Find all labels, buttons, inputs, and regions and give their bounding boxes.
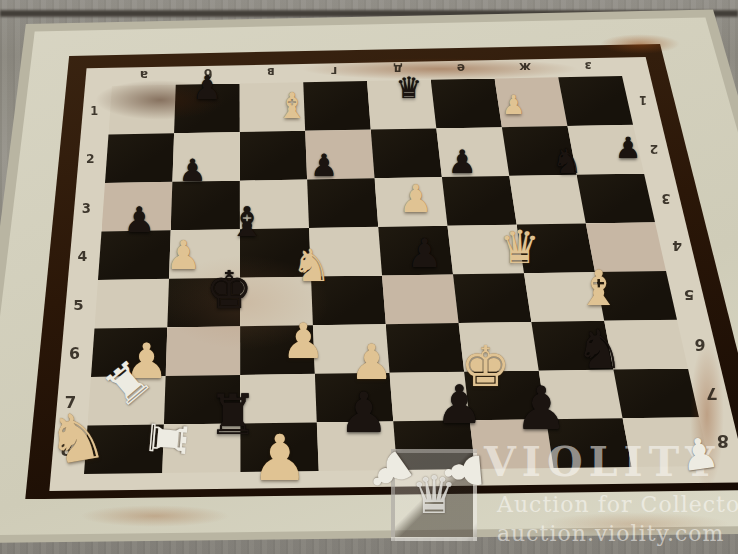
- board-square-д6: [386, 323, 464, 373]
- board-square-е5: [453, 273, 531, 323]
- rank-label-left-6: 6: [69, 344, 80, 363]
- board-square-ж1: [495, 77, 568, 127]
- board-square-г2: [305, 130, 374, 180]
- board-square-ж4: [517, 223, 595, 273]
- board-square-а5: [95, 279, 170, 329]
- board-square-б3: [171, 181, 240, 231]
- board-square-д5: [382, 274, 459, 324]
- board-square-д2: [371, 128, 442, 178]
- board-square-ж6: [531, 321, 613, 371]
- rank-label-left-8: 8: [60, 440, 72, 460]
- board-square-г1: [303, 81, 371, 131]
- board-square-б8: [162, 423, 240, 473]
- board-square-д4: [378, 226, 453, 276]
- board-square-е3: [442, 176, 517, 226]
- rank-label-right-7: 7: [706, 383, 718, 402]
- board-square-е1: [431, 79, 502, 129]
- board-square-а4: [98, 230, 171, 280]
- board-square-г3: [307, 178, 378, 228]
- board-square-б4: [169, 229, 240, 279]
- board-square-е2: [436, 127, 509, 177]
- board-square-ж7: [539, 370, 623, 420]
- board-square-д1: [367, 80, 436, 130]
- rank-label-right-8: 8: [717, 431, 729, 451]
- board-square-ж3: [509, 175, 586, 225]
- board-square-е8: [470, 419, 554, 469]
- file-label-top-е: е: [457, 61, 465, 75]
- board-square-е4: [447, 225, 524, 275]
- rank-label-left-4: 4: [77, 248, 87, 264]
- board-square-в8: [240, 422, 318, 472]
- board-square-в1: [240, 82, 306, 132]
- rank-label-left-3: 3: [82, 200, 91, 215]
- rank-label-right-3: 3: [661, 190, 670, 205]
- board-square-в6: [240, 325, 315, 375]
- board-square-ж2: [502, 126, 577, 176]
- board-square-а8: [84, 424, 164, 474]
- board-square-б7: [164, 375, 240, 425]
- board-square-а6: [91, 327, 167, 377]
- board-square-б6: [166, 326, 241, 376]
- board-square-а1: [109, 85, 176, 135]
- board-square-б2: [172, 132, 239, 182]
- board-square-з6: [604, 320, 688, 370]
- rank-label-right-2: 2: [650, 142, 659, 156]
- board-square-д7: [390, 372, 470, 422]
- board-square-з2: [567, 125, 644, 175]
- board-square-г8: [317, 421, 397, 471]
- file-label-top-ж: ж: [519, 60, 531, 74]
- board-square-г7: [315, 373, 393, 423]
- file-label-top-в: в: [267, 65, 275, 79]
- board-square-г6: [313, 324, 390, 374]
- board-square-а3: [102, 182, 173, 232]
- board-square-з4: [586, 222, 666, 272]
- board-square-а2: [105, 133, 174, 183]
- board-square-ж8: [546, 418, 632, 468]
- board-square-г4: [309, 227, 382, 277]
- board-square-в7: [240, 374, 317, 424]
- board-square-в2: [240, 131, 308, 181]
- board-square-е7: [464, 371, 546, 421]
- board-square-з5: [595, 271, 677, 321]
- chess-box: 1122334455667788абвгдежз♟♛♟♟♟♞♟♟♝♟♚♞♜♟♟♟…: [0, 0, 738, 554]
- rank-label-right-6: 6: [695, 334, 706, 353]
- board-square-г5: [311, 276, 386, 326]
- rank-label-right-1: 1: [639, 93, 647, 107]
- board-square-з8: [623, 417, 710, 467]
- board-square-з1: [558, 76, 633, 126]
- rank-label-right-4: 4: [672, 238, 682, 254]
- file-label-top-г: г: [331, 64, 337, 78]
- board-square-в5: [240, 277, 313, 327]
- board-square-б1: [174, 84, 240, 134]
- rank-label-left-7: 7: [65, 392, 77, 411]
- rank-label-left-5: 5: [73, 296, 83, 314]
- board-square-з3: [577, 174, 655, 224]
- rank-label-left-1: 1: [90, 104, 98, 118]
- board-square-в4: [240, 228, 311, 278]
- board-square-д3: [375, 177, 448, 227]
- file-label-top-а: а: [140, 68, 148, 82]
- board-square-в3: [240, 179, 309, 229]
- auction-photo: 1122334455667788абвгдежз♟♛♟♟♟♞♟♟♝♟♚♞♜♟♟♟…: [0, 0, 738, 554]
- board-square-д8: [393, 420, 475, 470]
- rank-label-right-5: 5: [684, 286, 694, 304]
- board-square-ж5: [524, 272, 604, 322]
- rank-label-left-2: 2: [86, 152, 95, 166]
- file-label-top-з: з: [584, 59, 591, 73]
- board-square-з7: [613, 369, 699, 419]
- board-square-е6: [459, 322, 539, 372]
- board-square-б5: [167, 278, 240, 328]
- file-label-top-д: д: [393, 62, 403, 76]
- board-square-а7: [88, 376, 166, 426]
- file-label-top-б: б: [204, 66, 212, 80]
